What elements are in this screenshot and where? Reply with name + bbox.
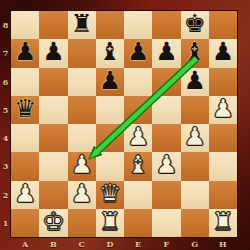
chess-board: ♜♚♟♟♝♟♟♝♟♟♟♛♟♟♟♟♝♟♟♟♛♚♜♜ bbox=[11, 11, 237, 237]
square-g2[interactable] bbox=[181, 181, 209, 209]
piece-white-rook-h1[interactable]: ♜ bbox=[212, 208, 234, 236]
file-label-d: D bbox=[106, 239, 113, 249]
square-b2[interactable] bbox=[39, 181, 67, 209]
rank-label-1: 1 bbox=[3, 218, 9, 228]
square-a7[interactable]: ♟ bbox=[11, 39, 39, 67]
file-label-b: B bbox=[50, 239, 57, 249]
square-d1[interactable]: ♜ bbox=[96, 209, 124, 237]
rank-label-3: 3 bbox=[3, 161, 9, 171]
square-g5[interactable] bbox=[181, 96, 209, 124]
square-b8[interactable] bbox=[39, 11, 67, 39]
file-label-f: F bbox=[164, 239, 170, 249]
piece-white-bishop-e3[interactable]: ♝ bbox=[127, 151, 149, 179]
piece-white-pawn-g4[interactable]: ♟ bbox=[183, 123, 205, 151]
piece-white-pawn-c3[interactable]: ♟ bbox=[70, 151, 92, 179]
file-label-a: A bbox=[22, 239, 28, 249]
piece-black-king-g8[interactable]: ♚ bbox=[183, 10, 205, 38]
square-e2[interactable] bbox=[124, 181, 152, 209]
square-f8[interactable] bbox=[152, 11, 180, 39]
piece-white-queen-d2[interactable]: ♛ bbox=[99, 180, 121, 208]
piece-white-king-b1[interactable]: ♚ bbox=[42, 208, 64, 236]
piece-black-pawn-f7[interactable]: ♟ bbox=[155, 38, 177, 66]
square-e7[interactable]: ♟ bbox=[124, 39, 152, 67]
square-b3[interactable] bbox=[39, 152, 67, 180]
piece-black-pawn-h7[interactable]: ♟ bbox=[212, 38, 234, 66]
piece-black-pawn-g6[interactable]: ♟ bbox=[183, 67, 205, 95]
piece-white-pawn-h5[interactable]: ♟ bbox=[212, 95, 234, 123]
square-h1[interactable]: ♜ bbox=[209, 209, 237, 237]
piece-white-rook-d1[interactable]: ♜ bbox=[99, 208, 121, 236]
piece-black-pawn-d6[interactable]: ♟ bbox=[99, 67, 121, 95]
file-label-g: G bbox=[191, 239, 198, 249]
square-a8[interactable] bbox=[11, 11, 39, 39]
square-g7[interactable]: ♝ bbox=[181, 39, 209, 67]
rank-label-7: 7 bbox=[3, 48, 9, 58]
square-a6[interactable] bbox=[11, 68, 39, 96]
rank-label-5: 5 bbox=[3, 105, 9, 115]
piece-black-pawn-b7[interactable]: ♟ bbox=[42, 38, 64, 66]
square-d4[interactable] bbox=[96, 124, 124, 152]
square-g8[interactable]: ♚ bbox=[181, 11, 209, 39]
file-label-c: C bbox=[78, 239, 84, 249]
square-d7[interactable]: ♝ bbox=[96, 39, 124, 67]
square-b7[interactable]: ♟ bbox=[39, 39, 67, 67]
square-d3[interactable] bbox=[96, 152, 124, 180]
piece-black-bishop-g7[interactable]: ♝ bbox=[183, 38, 205, 66]
square-e3[interactable]: ♝ bbox=[124, 152, 152, 180]
square-c3[interactable]: ♟ bbox=[68, 152, 96, 180]
square-e4[interactable]: ♟ bbox=[124, 124, 152, 152]
square-f1[interactable] bbox=[152, 209, 180, 237]
square-b1[interactable]: ♚ bbox=[39, 209, 67, 237]
square-c7[interactable] bbox=[68, 39, 96, 67]
rank-label-4: 4 bbox=[3, 133, 9, 143]
square-h6[interactable] bbox=[209, 68, 237, 96]
square-c8[interactable]: ♜ bbox=[68, 11, 96, 39]
square-c6[interactable] bbox=[68, 68, 96, 96]
piece-black-queen-a5[interactable]: ♛ bbox=[14, 95, 36, 123]
square-f5[interactable] bbox=[152, 96, 180, 124]
rank-label-2: 2 bbox=[3, 190, 9, 200]
file-label-e: E bbox=[135, 239, 141, 249]
chess-diagram: ♜♚♟♟♝♟♟♝♟♟♟♛♟♟♟♟♝♟♟♟♛♚♜♜ ABCDEFGH8765432… bbox=[0, 0, 250, 250]
square-f2[interactable] bbox=[152, 181, 180, 209]
square-b4[interactable] bbox=[39, 124, 67, 152]
square-f4[interactable] bbox=[152, 124, 180, 152]
square-e1[interactable] bbox=[124, 209, 152, 237]
square-c1[interactable] bbox=[68, 209, 96, 237]
square-a3[interactable] bbox=[11, 152, 39, 180]
piece-black-pawn-e7[interactable]: ♟ bbox=[127, 38, 149, 66]
square-b5[interactable] bbox=[39, 96, 67, 124]
square-e6[interactable] bbox=[124, 68, 152, 96]
square-c2[interactable]: ♟ bbox=[68, 181, 96, 209]
piece-white-pawn-f3[interactable]: ♟ bbox=[155, 151, 177, 179]
square-c4[interactable] bbox=[68, 124, 96, 152]
square-f3[interactable]: ♟ bbox=[152, 152, 180, 180]
piece-black-rook-c8[interactable]: ♜ bbox=[70, 10, 92, 38]
piece-black-bishop-d7[interactable]: ♝ bbox=[99, 38, 121, 66]
square-e8[interactable] bbox=[124, 11, 152, 39]
square-h4[interactable] bbox=[209, 124, 237, 152]
square-h8[interactable] bbox=[209, 11, 237, 39]
square-e5[interactable] bbox=[124, 96, 152, 124]
rank-label-6: 6 bbox=[3, 77, 9, 87]
piece-white-pawn-c2[interactable]: ♟ bbox=[70, 180, 92, 208]
square-d2[interactable]: ♛ bbox=[96, 181, 124, 209]
square-h7[interactable]: ♟ bbox=[209, 39, 237, 67]
square-d5[interactable] bbox=[96, 96, 124, 124]
square-a1[interactable] bbox=[11, 209, 39, 237]
square-b6[interactable] bbox=[39, 68, 67, 96]
square-g3[interactable] bbox=[181, 152, 209, 180]
square-d8[interactable] bbox=[96, 11, 124, 39]
piece-black-pawn-a7[interactable]: ♟ bbox=[14, 38, 36, 66]
square-a4[interactable] bbox=[11, 124, 39, 152]
square-f7[interactable]: ♟ bbox=[152, 39, 180, 67]
square-h2[interactable] bbox=[209, 181, 237, 209]
square-c5[interactable] bbox=[68, 96, 96, 124]
piece-white-pawn-e4[interactable]: ♟ bbox=[127, 123, 149, 151]
square-h5[interactable]: ♟ bbox=[209, 96, 237, 124]
file-label-h: H bbox=[219, 239, 227, 249]
square-g4[interactable]: ♟ bbox=[181, 124, 209, 152]
rank-label-8: 8 bbox=[3, 20, 9, 30]
piece-white-pawn-a2[interactable]: ♟ bbox=[14, 180, 36, 208]
square-f6[interactable] bbox=[152, 68, 180, 96]
square-a5[interactable]: ♛ bbox=[11, 96, 39, 124]
square-h3[interactable] bbox=[209, 152, 237, 180]
square-a2[interactable]: ♟ bbox=[11, 181, 39, 209]
square-d6[interactable]: ♟ bbox=[96, 68, 124, 96]
square-g1[interactable] bbox=[181, 209, 209, 237]
square-g6[interactable]: ♟ bbox=[181, 68, 209, 96]
